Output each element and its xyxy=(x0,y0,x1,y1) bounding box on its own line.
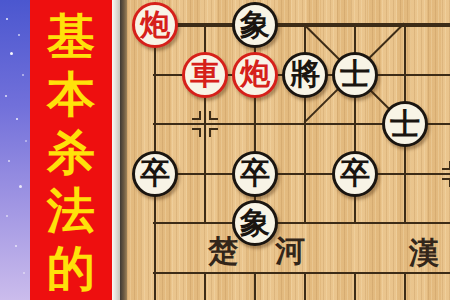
grid-line xyxy=(254,272,256,300)
position-marker-corner xyxy=(442,178,450,187)
star-speck xyxy=(8,160,10,162)
piece-red-chariot[interactable]: 車 xyxy=(182,52,228,98)
position-marker-corner xyxy=(209,128,218,137)
star-speck xyxy=(5,95,7,97)
banner-character: 本 xyxy=(47,70,95,118)
grid-line xyxy=(304,272,306,300)
star-speck xyxy=(6,18,8,20)
piece-red-cannon[interactable]: 炮 xyxy=(132,2,178,48)
piece-black-soldier[interactable]: 卒 xyxy=(332,151,378,197)
position-marker-corner xyxy=(192,111,201,120)
star-speck xyxy=(6,215,8,217)
position-marker xyxy=(442,161,450,187)
position-marker-corner xyxy=(192,128,201,137)
grid-line xyxy=(204,272,206,300)
piece-black-advisor[interactable]: 士 xyxy=(332,52,378,98)
piece-red-cannon[interactable]: 炮 xyxy=(232,52,278,98)
banner-white-edge xyxy=(112,0,120,300)
screenshot-root: 基本杀法的 楚 河 漢 炮象車炮將士士卒卒卒象 xyxy=(0,0,450,300)
river-label-chu: 楚 xyxy=(206,236,240,266)
board-left-edge-shadow xyxy=(120,0,127,300)
banner-character: 杀 xyxy=(47,128,95,176)
piece-black-soldier[interactable]: 卒 xyxy=(132,151,178,197)
star-speck xyxy=(22,74,24,76)
banner-character: 的 xyxy=(47,244,95,292)
river-label-han: 漢 xyxy=(407,238,441,268)
river-label-he: 河 xyxy=(273,236,307,266)
star-speck xyxy=(15,245,17,247)
star-speck xyxy=(23,272,25,274)
star-speck xyxy=(25,140,27,142)
grid-line xyxy=(354,272,356,300)
grid-line xyxy=(404,272,406,300)
position-marker-corner xyxy=(442,161,450,170)
piece-black-soldier[interactable]: 卒 xyxy=(232,151,278,197)
star-speck xyxy=(19,185,22,188)
position-marker xyxy=(192,111,218,137)
piece-black-advisor[interactable]: 士 xyxy=(382,101,428,147)
banner-character: 基 xyxy=(47,12,95,60)
piece-black-general[interactable]: 將 xyxy=(282,52,328,98)
title-banner: 基本杀法的 xyxy=(30,0,112,300)
piece-black-elephant[interactable]: 象 xyxy=(232,2,278,48)
xiangqi-board[interactable]: 楚 河 漢 炮象車炮將士士卒卒卒象 xyxy=(127,0,450,300)
star-speck xyxy=(10,52,13,55)
starry-gradient-background xyxy=(0,0,30,300)
piece-black-elephant[interactable]: 象 xyxy=(232,200,278,246)
position-marker-corner xyxy=(209,111,218,120)
star-speck xyxy=(18,34,20,36)
banner-character: 法 xyxy=(47,186,95,234)
star-speck xyxy=(16,118,18,120)
